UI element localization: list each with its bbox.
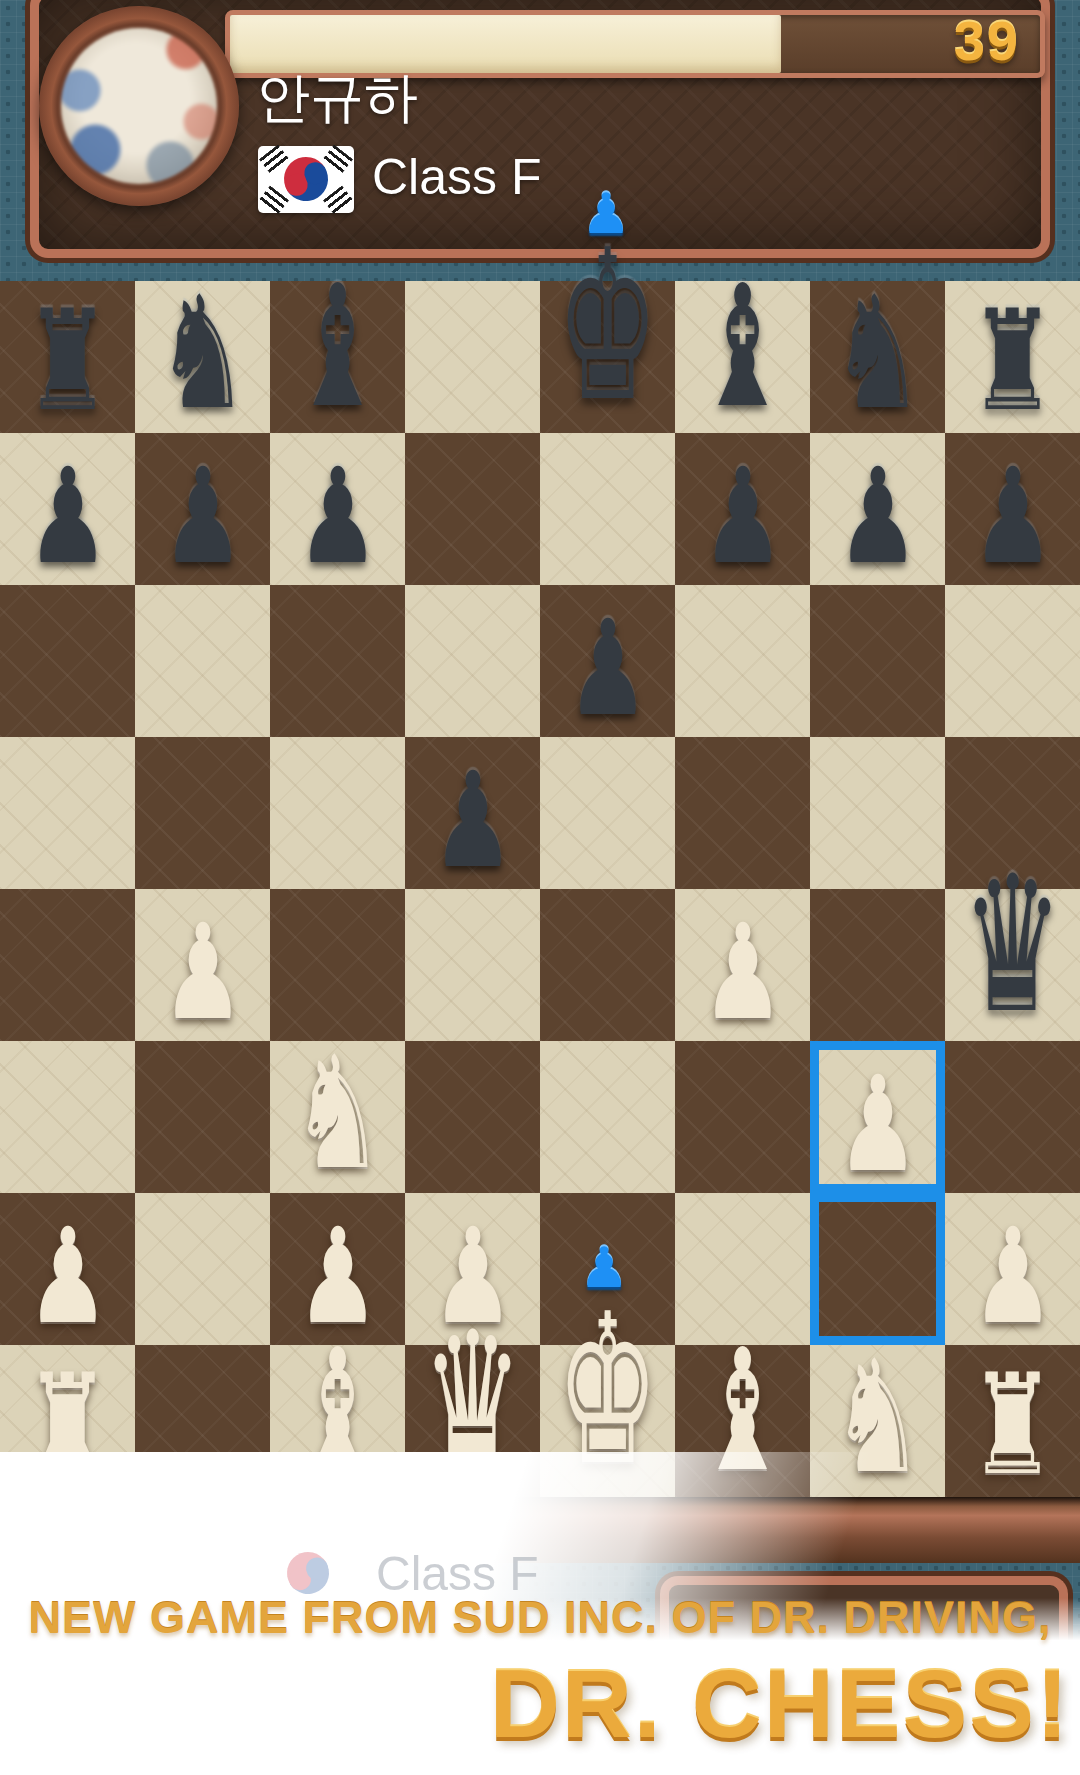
square-d8[interactable] [405, 281, 540, 433]
black-rook-a8[interactable]: ♜ [24, 292, 110, 431]
player-class-label: Class F [372, 148, 541, 206]
square-c6[interactable] [270, 585, 405, 737]
black-bishop-c8[interactable]: ♝ [291, 263, 384, 431]
square-c4[interactable] [270, 889, 405, 1041]
square-h3[interactable] [945, 1041, 1080, 1193]
white-pawn-g3[interactable]: ♟ [836, 1059, 919, 1191]
black-pawn-b7[interactable]: ♟ [161, 451, 244, 583]
black-pawn-e6[interactable]: ♟ [566, 603, 649, 735]
square-a3[interactable] [0, 1041, 135, 1193]
square-e3[interactable] [540, 1041, 675, 1193]
square-d6[interactable] [405, 585, 540, 737]
black-king-marker-icon: ♟ [581, 186, 631, 242]
square-b8[interactable]: ♞ [135, 281, 270, 433]
square-a6[interactable] [0, 585, 135, 737]
avatar-photo [61, 28, 217, 184]
trigram-icon [259, 145, 289, 174]
square-a5[interactable] [0, 737, 135, 889]
square-g5[interactable] [810, 737, 945, 889]
black-pawn-d5[interactable]: ♟ [431, 755, 514, 887]
square-a4[interactable] [0, 889, 135, 1041]
square-g7[interactable]: ♟ [810, 433, 945, 585]
square-h8[interactable]: ♜ [945, 281, 1080, 433]
black-pawn-a7[interactable]: ♟ [26, 451, 109, 583]
black-king-e8[interactable]: ♚ [556, 224, 658, 431]
square-d4[interactable] [405, 889, 540, 1041]
black-rook-h8[interactable]: ♜ [969, 292, 1055, 431]
white-pawn-h2[interactable]: ♟ [971, 1211, 1054, 1343]
square-g8[interactable]: ♞ [810, 281, 945, 433]
ad-tagline: NEW GAME FROM SUD INC. OF DR. DRIVING, [0, 1592, 1080, 1644]
black-knight-b8[interactable]: ♞ [156, 275, 249, 431]
black-pawn-f7[interactable]: ♟ [701, 451, 784, 583]
square-f5[interactable] [675, 737, 810, 889]
square-e8[interactable]: ♚ [540, 281, 675, 433]
black-queen-h4[interactable]: ♛ [962, 851, 1062, 1039]
black-pawn-h7[interactable]: ♟ [971, 451, 1054, 583]
trigram-icon [259, 186, 289, 215]
square-g6[interactable] [810, 585, 945, 737]
black-pawn-c7[interactable]: ♟ [296, 451, 379, 583]
square-c5[interactable] [270, 737, 405, 889]
square-e7[interactable] [540, 433, 675, 585]
square-f6[interactable] [675, 585, 810, 737]
south-korea-flag-icon [258, 146, 354, 213]
ad-title: DR. CHESS! [480, 1648, 1080, 1760]
square-h7[interactable]: ♟ [945, 433, 1080, 585]
square-f3[interactable] [675, 1041, 810, 1193]
square-b5[interactable] [135, 737, 270, 889]
timer-value: 39 [820, 8, 1020, 73]
white-knight-c3[interactable]: ♞ [291, 1035, 384, 1191]
square-c8[interactable]: ♝ [270, 281, 405, 433]
square-c3[interactable]: ♞ [270, 1041, 405, 1193]
square-b4[interactable]: ♟ [135, 889, 270, 1041]
square-g3[interactable]: ♟ [810, 1041, 945, 1193]
white-pawn-a2[interactable]: ♟ [26, 1211, 109, 1343]
square-a2[interactable]: ♟ [0, 1193, 135, 1345]
square-e6[interactable]: ♟ [540, 585, 675, 737]
trigram-icon [323, 145, 353, 174]
black-bishop-f8[interactable]: ♝ [696, 263, 789, 431]
square-b2[interactable] [135, 1193, 270, 1345]
square-d7[interactable] [405, 433, 540, 585]
square-e5[interactable] [540, 737, 675, 889]
square-a7[interactable]: ♟ [0, 433, 135, 585]
square-b7[interactable]: ♟ [135, 433, 270, 585]
square-b3[interactable] [135, 1041, 270, 1193]
black-knight-g8[interactable]: ♞ [831, 275, 924, 431]
square-c7[interactable]: ♟ [270, 433, 405, 585]
square-g2[interactable] [810, 1193, 945, 1345]
square-h2[interactable]: ♟ [945, 1193, 1080, 1345]
square-b6[interactable] [135, 585, 270, 737]
square-h4[interactable]: ♛ [945, 889, 1080, 1041]
white-pawn-f4[interactable]: ♟ [701, 907, 784, 1039]
black-pawn-g7[interactable]: ♟ [836, 451, 919, 583]
player-name: 안규하 [256, 62, 418, 135]
square-h6[interactable] [945, 585, 1080, 737]
square-f7[interactable]: ♟ [675, 433, 810, 585]
square-g4[interactable] [810, 889, 945, 1041]
square-a8[interactable]: ♜ [0, 281, 135, 433]
square-d5[interactable]: ♟ [405, 737, 540, 889]
trigram-icon [323, 186, 353, 215]
chess-board[interactable]: ♜♞♝♚♝♞♜♟♟♟♟♟♟♟♟♟♟♛♞♟♟♟♟♟♜♝♛♚♝♞♜ [0, 281, 1080, 1497]
avatar [39, 6, 239, 206]
square-f4[interactable]: ♟ [675, 889, 810, 1041]
square-e4[interactable] [540, 889, 675, 1041]
white-king-marker-icon: ♟ [579, 1240, 629, 1296]
square-d3[interactable] [405, 1041, 540, 1193]
white-pawn-b4[interactable]: ♟ [161, 907, 244, 1039]
app-screen: 39 안규하 Class F ♜♞♝♚♝♞♜♟♟♟♟♟♟♟♟♟♟♛♞♟♟♟♟♟♜… [0, 0, 1080, 1775]
square-f8[interactable]: ♝ [675, 281, 810, 433]
